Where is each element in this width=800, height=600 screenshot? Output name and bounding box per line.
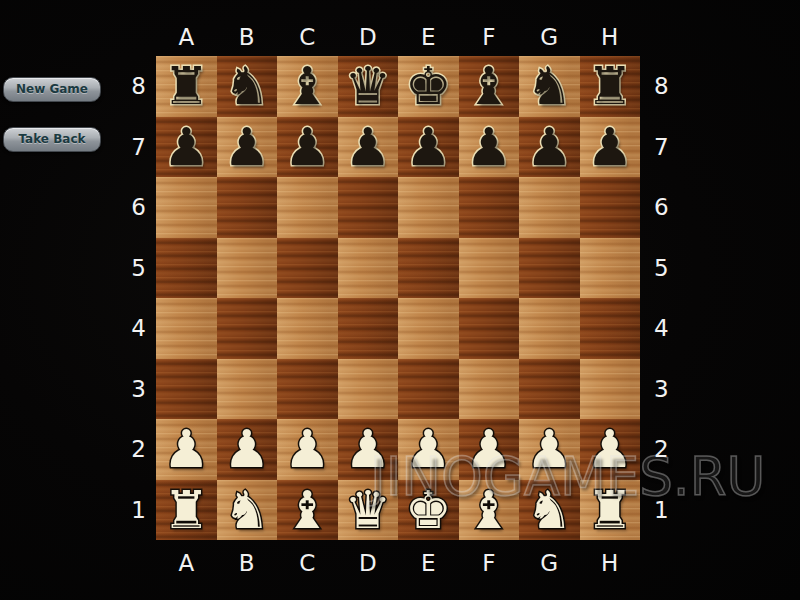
square-e2[interactable]: ♟ xyxy=(398,419,459,480)
square-a5[interactable] xyxy=(156,238,217,299)
piece-black-pawn[interactable]: ♟ xyxy=(405,121,452,173)
square-g6[interactable] xyxy=(519,177,580,238)
file-label: F xyxy=(459,22,520,52)
piece-white-bishop[interactable]: ♝ xyxy=(284,484,331,536)
piece-white-pawn[interactable]: ♟ xyxy=(586,423,633,475)
square-e8[interactable]: ♚ xyxy=(398,56,459,117)
piece-black-rook[interactable]: ♜ xyxy=(586,60,633,112)
file-label: A xyxy=(156,22,217,52)
rank-label: 4 xyxy=(100,298,146,359)
square-a2[interactable]: ♟ xyxy=(156,419,217,480)
piece-black-pawn[interactable]: ♟ xyxy=(223,121,270,173)
piece-white-rook[interactable]: ♜ xyxy=(586,484,633,536)
rank-label: 1 xyxy=(654,480,696,541)
piece-black-king[interactable]: ♚ xyxy=(405,60,452,112)
piece-black-pawn[interactable]: ♟ xyxy=(526,121,573,173)
square-h2[interactable]: ♟ xyxy=(580,419,641,480)
file-label: B xyxy=(217,22,278,52)
file-label: H xyxy=(580,22,641,52)
file-label: G xyxy=(519,548,580,578)
rank-labels-right: 87654321 xyxy=(654,56,696,540)
file-labels-top: ABCDEFGH xyxy=(156,22,640,52)
new-game-button[interactable]: New Game xyxy=(3,77,101,102)
square-e7[interactable]: ♟ xyxy=(398,117,459,178)
rank-label: 6 xyxy=(100,177,146,238)
piece-white-pawn[interactable]: ♟ xyxy=(405,423,452,475)
square-c3[interactable] xyxy=(277,359,338,420)
square-f2[interactable]: ♟ xyxy=(459,419,520,480)
piece-black-pawn[interactable]: ♟ xyxy=(586,121,633,173)
piece-black-rook[interactable]: ♜ xyxy=(163,60,210,112)
rank-label: 8 xyxy=(100,56,146,117)
square-b1[interactable]: ♞ xyxy=(217,480,278,541)
rank-label: 1 xyxy=(100,480,146,541)
square-a7[interactable]: ♟ xyxy=(156,117,217,178)
square-g4[interactable] xyxy=(519,298,580,359)
square-b4[interactable] xyxy=(217,298,278,359)
square-b7[interactable]: ♟ xyxy=(217,117,278,178)
square-f6[interactable] xyxy=(459,177,520,238)
rank-label: 6 xyxy=(654,177,696,238)
square-f8[interactable]: ♝ xyxy=(459,56,520,117)
rank-label: 7 xyxy=(654,117,696,178)
square-d4[interactable] xyxy=(338,298,399,359)
piece-black-pawn[interactable]: ♟ xyxy=(465,121,512,173)
piece-black-bishop[interactable]: ♝ xyxy=(284,60,331,112)
rank-label: 3 xyxy=(100,359,146,420)
piece-white-rook[interactable]: ♜ xyxy=(163,484,210,536)
piece-black-knight[interactable]: ♞ xyxy=(223,60,270,112)
file-label: A xyxy=(156,548,217,578)
square-d1[interactable]: ♛ xyxy=(338,480,399,541)
square-h5[interactable] xyxy=(580,238,641,299)
chess-app-window: { "game": "chess", "position": "rnbqkbnr… xyxy=(0,0,800,600)
piece-white-pawn[interactable]: ♟ xyxy=(163,423,210,475)
square-c1[interactable]: ♝ xyxy=(277,480,338,541)
piece-white-pawn[interactable]: ♟ xyxy=(526,423,573,475)
piece-white-queen[interactable]: ♛ xyxy=(344,484,391,536)
square-h8[interactable]: ♜ xyxy=(580,56,641,117)
square-g8[interactable]: ♞ xyxy=(519,56,580,117)
piece-white-bishop[interactable]: ♝ xyxy=(465,484,512,536)
square-a1[interactable]: ♜ xyxy=(156,480,217,541)
square-a3[interactable] xyxy=(156,359,217,420)
square-a4[interactable] xyxy=(156,298,217,359)
square-h1[interactable]: ♜ xyxy=(580,480,641,541)
rank-label: 4 xyxy=(654,298,696,359)
square-d6[interactable] xyxy=(338,177,399,238)
square-e5[interactable] xyxy=(398,238,459,299)
square-c4[interactable] xyxy=(277,298,338,359)
piece-black-pawn[interactable]: ♟ xyxy=(344,121,391,173)
square-e6[interactable] xyxy=(398,177,459,238)
square-a8[interactable]: ♜ xyxy=(156,56,217,117)
rank-labels-left: 87654321 xyxy=(100,56,146,540)
piece-white-pawn[interactable]: ♟ xyxy=(223,423,270,475)
square-c6[interactable] xyxy=(277,177,338,238)
square-h6[interactable] xyxy=(580,177,641,238)
square-c7[interactable]: ♟ xyxy=(277,117,338,178)
file-label: B xyxy=(217,548,278,578)
square-a6[interactable] xyxy=(156,177,217,238)
piece-white-pawn[interactable]: ♟ xyxy=(465,423,512,475)
piece-white-king[interactable]: ♚ xyxy=(405,484,452,536)
file-label: D xyxy=(338,548,399,578)
rank-label: 2 xyxy=(654,419,696,480)
file-label: D xyxy=(338,22,399,52)
rank-label: 7 xyxy=(100,117,146,178)
square-e4[interactable] xyxy=(398,298,459,359)
piece-black-pawn[interactable]: ♟ xyxy=(284,121,331,173)
square-b5[interactable] xyxy=(217,238,278,299)
rank-label: 3 xyxy=(654,359,696,420)
piece-black-queen[interactable]: ♛ xyxy=(344,60,391,112)
square-h7[interactable]: ♟ xyxy=(580,117,641,178)
square-d8[interactable]: ♛ xyxy=(338,56,399,117)
piece-black-pawn[interactable]: ♟ xyxy=(163,121,210,173)
piece-black-knight[interactable]: ♞ xyxy=(526,60,573,112)
square-b2[interactable]: ♟ xyxy=(217,419,278,480)
file-label: C xyxy=(277,548,338,578)
square-e3[interactable] xyxy=(398,359,459,420)
square-c8[interactable]: ♝ xyxy=(277,56,338,117)
square-b6[interactable] xyxy=(217,177,278,238)
piece-white-pawn[interactable]: ♟ xyxy=(344,423,391,475)
square-c5[interactable] xyxy=(277,238,338,299)
square-f4[interactable] xyxy=(459,298,520,359)
square-g2[interactable]: ♟ xyxy=(519,419,580,480)
piece-white-knight[interactable]: ♞ xyxy=(223,484,270,536)
rank-label: 8 xyxy=(654,56,696,117)
piece-black-bishop[interactable]: ♝ xyxy=(465,60,512,112)
rank-label: 5 xyxy=(654,238,696,299)
square-g3[interactable] xyxy=(519,359,580,420)
square-g5[interactable] xyxy=(519,238,580,299)
file-label: E xyxy=(398,548,459,578)
piece-white-pawn[interactable]: ♟ xyxy=(284,423,331,475)
square-f3[interactable] xyxy=(459,359,520,420)
square-g7[interactable]: ♟ xyxy=(519,117,580,178)
file-label: G xyxy=(519,22,580,52)
square-b3[interactable] xyxy=(217,359,278,420)
square-c2[interactable]: ♟ xyxy=(277,419,338,480)
file-label: C xyxy=(277,22,338,52)
square-g1[interactable]: ♞ xyxy=(519,480,580,541)
square-f5[interactable] xyxy=(459,238,520,299)
square-d5[interactable] xyxy=(338,238,399,299)
square-h4[interactable] xyxy=(580,298,641,359)
file-label: F xyxy=(459,548,520,578)
rank-label: 2 xyxy=(100,419,146,480)
piece-white-knight[interactable]: ♞ xyxy=(526,484,573,536)
square-d3[interactable] xyxy=(338,359,399,420)
file-labels-bottom: ABCDEFGH xyxy=(156,548,640,578)
square-f1[interactable]: ♝ xyxy=(459,480,520,541)
square-b8[interactable]: ♞ xyxy=(217,56,278,117)
square-e1[interactable]: ♚ xyxy=(398,480,459,541)
square-d7[interactable]: ♟ xyxy=(338,117,399,178)
file-label: E xyxy=(398,22,459,52)
square-h3[interactable] xyxy=(580,359,641,420)
file-label: H xyxy=(580,548,641,578)
board: ♜♞♝♛♚♝♞♜♟♟♟♟♟♟♟♟♟♟♟♟♟♟♟♟♜♞♝♛♚♝♞♜ xyxy=(156,56,640,540)
square-d2[interactable]: ♟ xyxy=(338,419,399,480)
take-back-button[interactable]: Take Back xyxy=(3,127,101,152)
square-f7[interactable]: ♟ xyxy=(459,117,520,178)
rank-label: 5 xyxy=(100,238,146,299)
